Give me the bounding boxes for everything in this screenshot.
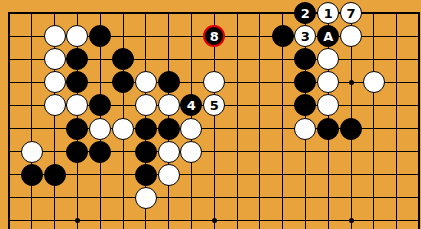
- stone-black: [158, 118, 180, 140]
- stone-white: [180, 141, 202, 163]
- stone-white: [112, 118, 134, 140]
- stone-black: [66, 48, 88, 70]
- stone-black: [294, 48, 316, 70]
- stone-label: 4: [187, 99, 196, 112]
- stone-black: [89, 25, 111, 47]
- stone-black: A: [317, 25, 339, 47]
- stone-white: [158, 94, 180, 116]
- stone-black: [66, 141, 88, 163]
- stone-black: [294, 71, 316, 93]
- stone-black: [112, 48, 134, 70]
- stone-white: [44, 71, 66, 93]
- stone-black: [21, 164, 43, 186]
- stone-black: [317, 118, 339, 140]
- stone-black: [135, 164, 157, 186]
- stone-black: [89, 141, 111, 163]
- stone-white: [135, 94, 157, 116]
- stone-white: [203, 71, 225, 93]
- stone-label: 1: [324, 7, 333, 20]
- star-point: [75, 218, 80, 223]
- stone-black: [294, 94, 316, 116]
- star-point: [212, 218, 217, 223]
- stone-white: [158, 164, 180, 186]
- stone-white: 3: [294, 25, 316, 47]
- stone-last-move-highlighted: 8: [203, 25, 225, 47]
- stone-white: 1: [317, 2, 339, 24]
- stone-label: 3: [301, 30, 310, 43]
- stone-white: [180, 118, 202, 140]
- stone-white: 7: [340, 2, 362, 24]
- stone-white: [66, 94, 88, 116]
- grid-line-horizontal: [8, 197, 420, 198]
- stone-black: [135, 141, 157, 163]
- stone-black: 4: [180, 94, 202, 116]
- stone-label: 5: [210, 99, 219, 112]
- stone-white: 5: [203, 94, 225, 116]
- stone-label: 8: [210, 30, 219, 43]
- stone-label: 7: [346, 7, 355, 20]
- stone-black: [66, 118, 88, 140]
- stone-white: [340, 25, 362, 47]
- stone-white: [135, 187, 157, 209]
- grid-line-horizontal: [8, 174, 420, 175]
- stone-label: 2: [301, 7, 310, 20]
- stone-white: [135, 71, 157, 93]
- stone-black: [89, 94, 111, 116]
- stone-black: [135, 118, 157, 140]
- stone-white: [363, 71, 385, 93]
- star-point: [349, 218, 354, 223]
- stone-white: [294, 118, 316, 140]
- stone-white: [158, 141, 180, 163]
- stone-white: [317, 48, 339, 70]
- stone-white: [44, 48, 66, 70]
- stone-white: [89, 118, 111, 140]
- stone-black: [112, 71, 134, 93]
- go-board-diagram[interactable]: 21783A45: [0, 0, 421, 229]
- star-point: [349, 80, 354, 85]
- stone-white: [66, 25, 88, 47]
- stone-white: [317, 71, 339, 93]
- stone-white: [44, 25, 66, 47]
- stone-black: [66, 71, 88, 93]
- stone-white: [44, 94, 66, 116]
- stone-black: 2: [294, 2, 316, 24]
- stone-label: A: [323, 30, 333, 43]
- stone-white: [317, 94, 339, 116]
- stone-black: [340, 118, 362, 140]
- stone-white: [21, 141, 43, 163]
- stone-black: [44, 164, 66, 186]
- stone-black: [158, 71, 180, 93]
- stone-black: [272, 25, 294, 47]
